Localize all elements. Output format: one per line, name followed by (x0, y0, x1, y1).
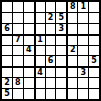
cell-r5c5[interactable] (46, 46, 56, 56)
cell-r6c6[interactable] (56, 56, 66, 66)
cell-r9c2[interactable] (13, 89, 23, 99)
cell-r5c2[interactable] (13, 46, 23, 56)
cell-r9c6[interactable] (56, 89, 66, 99)
cell-r1c3[interactable] (24, 2, 34, 12)
cell-r7c6[interactable] (56, 67, 66, 77)
cell-r1c8-given[interactable]: 1 (78, 2, 88, 12)
cell-r8c3[interactable] (24, 78, 34, 88)
cell-r4c2-given[interactable]: 7 (13, 35, 23, 45)
cell-r7c8-given[interactable]: 3 (78, 67, 88, 77)
cell-r9c1-given[interactable]: 5 (2, 89, 12, 99)
cell-r3c8[interactable] (78, 24, 88, 34)
cell-r1c4[interactable] (35, 2, 45, 12)
cell-r1c6[interactable] (56, 2, 66, 12)
cell-r7c1[interactable] (2, 67, 12, 77)
cell-r8c6[interactable] (56, 78, 66, 88)
cell-r4c7[interactable] (67, 35, 77, 45)
cell-r5c3-given[interactable]: 4 (24, 46, 34, 56)
cell-r2c3[interactable] (24, 13, 34, 23)
cell-r4c8[interactable] (78, 35, 88, 45)
sudoku-board: 81256371426543285 (0, 0, 101, 101)
cell-r8c8[interactable] (78, 78, 88, 88)
cell-r9c7[interactable] (67, 89, 77, 99)
cell-r6c3[interactable] (24, 56, 34, 66)
cell-r5c7-given[interactable]: 2 (67, 46, 77, 56)
cell-r1c1[interactable] (2, 2, 12, 12)
cell-r2c1[interactable] (2, 13, 12, 23)
cell-r3c1-given[interactable]: 6 (2, 24, 12, 34)
cell-r3c3[interactable] (24, 24, 34, 34)
cell-r2c8[interactable] (78, 13, 88, 23)
cell-r3c5[interactable] (46, 24, 56, 34)
cell-r1c9[interactable] (89, 2, 99, 12)
cell-r4c4-given[interactable]: 1 (35, 35, 45, 45)
cell-r8c9[interactable] (89, 78, 99, 88)
cell-r9c4[interactable] (35, 89, 45, 99)
cell-r4c9[interactable] (89, 35, 99, 45)
cell-r6c2[interactable] (13, 56, 23, 66)
cell-r9c3[interactable] (24, 89, 34, 99)
cell-r5c4[interactable] (35, 46, 45, 56)
cell-r4c6[interactable] (56, 35, 66, 45)
cell-r9c5[interactable] (46, 89, 56, 99)
cell-r6c9-given[interactable]: 5 (89, 56, 99, 66)
cell-r7c2[interactable] (13, 67, 23, 77)
cell-r9c9[interactable] (89, 89, 99, 99)
cell-r8c4[interactable] (35, 78, 45, 88)
cell-r8c7[interactable] (67, 78, 77, 88)
cell-r2c4[interactable] (35, 13, 45, 23)
cell-r7c3[interactable] (24, 67, 34, 77)
cell-r8c2-given[interactable]: 8 (13, 78, 23, 88)
cell-r6c5-given[interactable]: 6 (46, 56, 56, 66)
cell-r2c9[interactable] (89, 13, 99, 23)
cell-r1c7-given[interactable]: 8 (67, 2, 77, 12)
cell-r7c7[interactable] (67, 67, 77, 77)
cell-r4c1[interactable] (2, 35, 12, 45)
cell-r2c6-given[interactable]: 5 (56, 13, 66, 23)
cell-r6c8[interactable] (78, 56, 88, 66)
cell-r1c2[interactable] (13, 2, 23, 12)
cell-r8c1-given[interactable]: 2 (2, 78, 12, 88)
cell-r2c2[interactable] (13, 13, 23, 23)
cell-r1c5[interactable] (46, 2, 56, 12)
cell-r3c9[interactable] (89, 24, 99, 34)
cell-r2c5-given[interactable]: 2 (46, 13, 56, 23)
cell-r4c5[interactable] (46, 35, 56, 45)
cell-r8c5[interactable] (46, 78, 56, 88)
cell-r5c9[interactable] (89, 46, 99, 56)
cell-r6c7[interactable] (67, 56, 77, 66)
cell-r3c4[interactable] (35, 24, 45, 34)
cell-r5c8[interactable] (78, 46, 88, 56)
cell-r5c6[interactable] (56, 46, 66, 56)
cell-r6c4[interactable] (35, 56, 45, 66)
cell-r4c3[interactable] (24, 35, 34, 45)
cell-r2c7[interactable] (67, 13, 77, 23)
cell-r3c2[interactable] (13, 24, 23, 34)
cell-r6c1[interactable] (2, 56, 12, 66)
cell-r5c1[interactable] (2, 46, 12, 56)
cell-r3c6-given[interactable]: 3 (56, 24, 66, 34)
cell-r7c4-given[interactable]: 4 (35, 67, 45, 77)
cell-r9c8[interactable] (78, 89, 88, 99)
cell-r7c9[interactable] (89, 67, 99, 77)
cell-r7c5[interactable] (46, 67, 56, 77)
cell-r3c7[interactable] (67, 24, 77, 34)
